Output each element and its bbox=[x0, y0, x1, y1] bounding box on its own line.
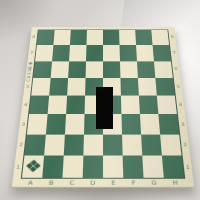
square-c4 bbox=[66, 96, 85, 115]
square-d6 bbox=[86, 61, 103, 78]
square-c6 bbox=[68, 61, 86, 78]
square-b3 bbox=[46, 114, 66, 134]
square-g8 bbox=[135, 30, 152, 45]
square-e6 bbox=[103, 61, 120, 78]
square-g4 bbox=[139, 96, 159, 115]
square-b6 bbox=[51, 61, 69, 78]
square-a7 bbox=[35, 45, 53, 61]
square-b8 bbox=[53, 30, 70, 45]
coord-label: C bbox=[69, 180, 74, 186]
square-h3 bbox=[158, 114, 179, 134]
square-g2 bbox=[141, 134, 162, 155]
square-f6 bbox=[120, 61, 138, 78]
coord-label: 1 bbox=[186, 165, 190, 170]
square-g1 bbox=[142, 155, 164, 177]
square-h2 bbox=[160, 134, 181, 155]
coord-label: 8 bbox=[171, 35, 174, 38]
square-c3 bbox=[65, 114, 85, 134]
coord-label: 2 bbox=[183, 143, 187, 148]
coord-label: H bbox=[172, 180, 178, 186]
square-c1 bbox=[62, 155, 83, 177]
coord-label: 3 bbox=[21, 122, 25, 126]
square-b1 bbox=[42, 155, 64, 177]
square-e7 bbox=[103, 45, 120, 61]
square-g7 bbox=[136, 45, 154, 61]
circle-logo-icon: ◉ bbox=[28, 61, 33, 65]
coord-label: G bbox=[151, 180, 157, 186]
coord-label: 3 bbox=[181, 122, 185, 126]
square-b7 bbox=[52, 45, 70, 61]
square-h7 bbox=[153, 45, 171, 61]
photo-scene: ◉ CHESS 87654321 87654321 ABCDEFGH ❖ bbox=[0, 0, 200, 200]
square-b2 bbox=[44, 134, 65, 155]
square-a6 bbox=[33, 61, 52, 78]
coord-label: 2 bbox=[19, 143, 23, 148]
coord-label: D bbox=[90, 180, 95, 186]
square-b4 bbox=[48, 96, 68, 115]
black-rectangle-occluder bbox=[96, 87, 113, 129]
square-h1 bbox=[162, 155, 184, 177]
square-c8 bbox=[70, 30, 87, 45]
square-f8 bbox=[119, 30, 136, 45]
square-f3 bbox=[121, 114, 141, 134]
square-d7 bbox=[86, 45, 103, 61]
square-c7 bbox=[69, 45, 86, 61]
square-g6 bbox=[137, 61, 155, 78]
coord-label: 5 bbox=[176, 85, 180, 89]
square-f2 bbox=[122, 134, 142, 155]
coord-label: 7 bbox=[30, 51, 33, 54]
coord-label: 7 bbox=[172, 51, 175, 54]
coord-label: E bbox=[111, 180, 115, 186]
square-g3 bbox=[140, 114, 160, 134]
square-f4 bbox=[121, 96, 140, 115]
square-a1: ❖ bbox=[22, 155, 44, 177]
square-a5 bbox=[31, 78, 50, 96]
square-g5 bbox=[138, 78, 157, 96]
coord-label: F bbox=[131, 180, 135, 186]
coord-label: A bbox=[28, 180, 33, 186]
square-h4 bbox=[157, 96, 177, 115]
corner-ornament-icon: ❖ bbox=[22, 155, 44, 177]
file-labels-bottom: ABCDEFGH bbox=[20, 179, 186, 187]
square-h5 bbox=[155, 78, 174, 96]
square-h8 bbox=[151, 30, 169, 45]
square-e2 bbox=[103, 134, 123, 155]
square-c2 bbox=[64, 134, 84, 155]
coord-label: 8 bbox=[32, 35, 35, 38]
coord-label: 4 bbox=[179, 103, 183, 107]
square-e8 bbox=[103, 30, 120, 45]
coord-label: 1 bbox=[16, 165, 20, 170]
square-a8 bbox=[37, 30, 55, 45]
coord-label: B bbox=[49, 180, 54, 186]
square-h6 bbox=[154, 61, 173, 78]
square-d1 bbox=[83, 155, 103, 177]
square-f1 bbox=[123, 155, 144, 177]
square-f7 bbox=[120, 45, 137, 61]
square-b5 bbox=[49, 78, 68, 96]
square-a3 bbox=[27, 114, 48, 134]
square-f5 bbox=[120, 78, 138, 96]
square-d8 bbox=[86, 30, 103, 45]
square-d2 bbox=[83, 134, 103, 155]
square-c5 bbox=[67, 78, 85, 96]
square-a2 bbox=[24, 134, 45, 155]
square-e1 bbox=[103, 155, 123, 177]
square-a4 bbox=[29, 96, 49, 115]
coord-label: 6 bbox=[174, 67, 177, 71]
